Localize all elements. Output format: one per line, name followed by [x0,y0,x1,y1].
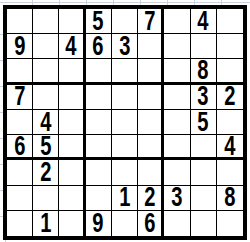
cell-r3c2[interactable] [33,59,59,84]
cell-digit: 4 [224,135,235,160]
cell-r5c1[interactable] [7,110,33,135]
cell-r9c2[interactable]: 1 [33,211,59,236]
cell-digit: 3 [119,34,130,59]
cell-digit: 3 [198,85,209,110]
cell-r2c9[interactable] [217,34,243,59]
cell-digit: 5 [93,9,104,34]
cell-r9c9[interactable] [217,211,243,236]
cell-r9c5[interactable] [112,211,138,236]
cell-digit: 9 [93,211,104,236]
cell-r8c2[interactable] [33,186,59,211]
cell-digit: 2 [144,186,155,211]
cell-r5c9[interactable] [217,110,243,135]
cell-r4c2[interactable] [33,85,59,110]
cell-digit: 6 [144,211,155,236]
cell-r1c5[interactable] [112,9,138,34]
cell-r8c3[interactable] [59,186,85,211]
cell-digit: 5 [40,135,51,160]
cell-r9c3[interactable] [59,211,85,236]
cell-r6c8[interactable] [191,135,217,160]
cell-digit: 7 [144,9,155,34]
cell-r3c5[interactable] [112,59,138,84]
cell-digit: 4 [40,110,51,135]
cell-r9c8[interactable] [191,211,217,236]
cell-r1c4[interactable]: 5 [86,9,112,34]
cell-r6c6[interactable] [138,135,164,160]
cell-r2c7[interactable] [164,34,190,59]
cell-r6c4[interactable] [86,135,112,160]
cell-r3c8[interactable]: 8 [191,59,217,84]
cell-digit: 4 [65,34,76,59]
cell-r3c6[interactable] [138,59,164,84]
cell-digit: 9 [14,34,25,59]
cell-r5c5[interactable] [112,110,138,135]
cell-r5c4[interactable] [86,110,112,135]
sudoku-screenshot: 574946387324565421238196 [0,0,250,242]
cell-r8c9[interactable]: 8 [217,186,243,211]
cell-r8c5[interactable]: 1 [112,186,138,211]
cell-r1c1[interactable] [7,9,33,34]
cell-digit: 2 [40,160,51,185]
cell-r7c2[interactable]: 2 [33,160,59,185]
cell-r3c1[interactable] [7,59,33,84]
cell-r6c2[interactable]: 5 [33,135,59,160]
cell-r7c1[interactable] [7,160,33,185]
cell-digit: 2 [224,85,235,110]
cell-digit: 6 [14,135,25,160]
cell-r1c2[interactable] [33,9,59,34]
cell-r1c8[interactable]: 4 [191,9,217,34]
cell-r8c7[interactable]: 3 [164,186,190,211]
cell-r2c2[interactable] [33,34,59,59]
cell-r6c3[interactable] [59,135,85,160]
cell-digit: 3 [171,186,182,211]
cell-digit: 8 [198,59,209,84]
cell-r6c7[interactable] [164,135,190,160]
cell-r6c9[interactable]: 4 [217,135,243,160]
cell-r4c1[interactable]: 7 [7,85,33,110]
cell-r9c6[interactable]: 6 [138,211,164,236]
cell-r1c9[interactable] [217,9,243,34]
cell-digit: 8 [224,186,235,211]
cell-r6c1[interactable]: 6 [7,135,33,160]
cell-r7c6[interactable] [138,160,164,185]
cell-r8c6[interactable]: 2 [138,186,164,211]
cell-r4c6[interactable] [138,85,164,110]
cell-r8c1[interactable] [7,186,33,211]
cell-r3c9[interactable] [217,59,243,84]
cell-r9c4[interactable]: 9 [86,211,112,236]
cell-r5c2[interactable]: 4 [33,110,59,135]
cell-r5c3[interactable] [59,110,85,135]
cell-r2c5[interactable]: 3 [112,34,138,59]
cell-digit: 1 [40,211,51,236]
cell-r2c8[interactable] [191,34,217,59]
cell-r4c7[interactable] [164,85,190,110]
cell-r8c8[interactable] [191,186,217,211]
cell-digit: 5 [198,110,209,135]
cell-r5c7[interactable] [164,110,190,135]
cell-r2c1[interactable]: 9 [7,34,33,59]
cell-digit: 4 [198,9,209,34]
cell-r2c4[interactable]: 6 [86,34,112,59]
cell-digit: 1 [119,186,130,211]
cell-r1c6[interactable]: 7 [138,9,164,34]
cell-r4c5[interactable] [112,85,138,110]
cell-r9c1[interactable] [7,211,33,236]
sudoku-board: 574946387324565421238196 [3,5,247,240]
cell-r4c8[interactable]: 3 [191,85,217,110]
cell-r5c8[interactable]: 5 [191,110,217,135]
cell-digit: 7 [14,85,25,110]
cell-r7c5[interactable] [112,160,138,185]
cell-r3c3[interactable] [59,59,85,84]
cell-r4c3[interactable] [59,85,85,110]
cell-r2c6[interactable] [138,34,164,59]
cell-r6c5[interactable] [112,135,138,160]
cell-r7c4[interactable] [86,160,112,185]
cell-r5c6[interactable] [138,110,164,135]
cell-r4c9[interactable]: 2 [217,85,243,110]
cell-r2c3[interactable]: 4 [59,34,85,59]
cell-r9c7[interactable] [164,211,190,236]
cell-r3c4[interactable] [86,59,112,84]
cell-r7c3[interactable] [59,160,85,185]
cell-r7c8[interactable] [191,160,217,185]
cell-digit: 6 [93,34,104,59]
cell-r4c4[interactable] [86,85,112,110]
cell-r1c3[interactable] [59,9,85,34]
cell-r7c9[interactable] [217,160,243,185]
cell-r3c7[interactable] [164,59,190,84]
cell-r8c4[interactable] [86,186,112,211]
cell-r7c7[interactable] [164,160,190,185]
cell-r1c7[interactable] [164,9,190,34]
